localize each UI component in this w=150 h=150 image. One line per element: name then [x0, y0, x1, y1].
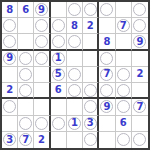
odd-marker-circle	[100, 3, 113, 16]
odd-marker-circle	[133, 133, 146, 146]
cell-r6c3[interactable]	[34, 83, 50, 99]
odd-marker-circle	[3, 19, 16, 32]
cell-r4c7[interactable]	[99, 51, 115, 67]
cell-r6c7[interactable]	[99, 83, 115, 99]
cell-r7c9[interactable]: 7	[132, 99, 148, 115]
given-digit: 1	[67, 116, 82, 131]
odd-marker-circle	[35, 35, 48, 48]
cell-r2c8[interactable]: 7	[116, 18, 132, 34]
odd-marker-circle	[19, 68, 32, 81]
cell-r7c6[interactable]	[83, 99, 99, 115]
given-digit: 9	[99, 99, 114, 114]
cell-r5c8[interactable]	[116, 67, 132, 83]
given-digit: 7	[116, 18, 131, 33]
given-digit: 2	[34, 132, 48, 148]
odd-marker-circle	[19, 52, 32, 65]
odd-marker-circle	[35, 117, 48, 130]
cell-r4c9[interactable]	[132, 51, 148, 67]
cell-r3c3[interactable]	[34, 34, 50, 50]
cell-r3c9[interactable]: 9	[132, 34, 148, 50]
cell-r3c5[interactable]	[67, 34, 83, 50]
cell-r5c7[interactable]: 7	[99, 67, 115, 83]
given-digit: 1	[51, 51, 66, 66]
cell-r5c6[interactable]	[83, 67, 99, 83]
cell-r2c6[interactable]: 2	[83, 18, 99, 34]
cell-r1c6[interactable]	[83, 2, 99, 18]
cell-r8c1[interactable]	[2, 116, 18, 132]
cell-r9c4[interactable]	[51, 132, 67, 148]
odd-marker-circle	[117, 68, 130, 81]
given-digit: 6	[116, 116, 131, 131]
cell-r9c7[interactable]	[99, 132, 115, 148]
odd-marker-circle	[52, 19, 65, 32]
given-digit: 9	[34, 2, 48, 17]
cell-r8c9[interactable]	[132, 116, 148, 132]
odd-marker-circle	[68, 35, 81, 48]
cell-r9c1[interactable]: 3	[2, 132, 18, 148]
given-digit: 9	[2, 51, 17, 66]
cell-r9c3[interactable]: 2	[34, 132, 50, 148]
given-digit: 7	[18, 132, 33, 148]
given-digit: 8	[2, 2, 17, 17]
cell-r7c1[interactable]	[2, 99, 18, 115]
sudoku-board: 86982789915722697136372	[0, 0, 150, 150]
odd-marker-circle	[19, 84, 32, 97]
cell-r4c3[interactable]	[34, 51, 50, 67]
cell-r1c1[interactable]: 8	[2, 2, 18, 18]
cell-r3c4[interactable]	[51, 34, 67, 50]
cell-r2c7[interactable]	[99, 18, 115, 34]
odd-marker-circle	[84, 100, 97, 113]
odd-marker-circle	[117, 84, 130, 97]
cell-r6c1[interactable]: 2	[2, 83, 18, 99]
cell-r1c9[interactable]	[132, 2, 148, 18]
odd-marker-circle	[117, 100, 130, 113]
given-digit: 8	[99, 34, 114, 48]
cell-r7c8[interactable]	[116, 99, 132, 115]
cell-r3c8[interactable]	[116, 34, 132, 50]
odd-marker-circle	[68, 68, 81, 81]
cell-r8c7[interactable]	[99, 116, 115, 132]
cell-r5c5[interactable]	[67, 67, 83, 83]
cell-r9c8[interactable]	[116, 132, 132, 148]
cell-r8c6[interactable]: 3	[83, 116, 99, 132]
cell-r3c1[interactable]	[2, 34, 18, 50]
cell-r6c2[interactable]	[18, 83, 34, 99]
odd-marker-circle	[84, 3, 97, 16]
cell-r9c5[interactable]	[67, 132, 83, 148]
odd-marker-circle	[35, 52, 48, 65]
odd-marker-circle	[100, 52, 113, 65]
cell-r8c2[interactable]	[18, 116, 34, 132]
given-digit: 3	[83, 116, 97, 131]
cell-r5c3[interactable]	[34, 67, 50, 83]
given-digit: 5	[51, 67, 66, 82]
cell-r5c2[interactable]	[18, 67, 34, 83]
cell-r6c4[interactable]: 6	[51, 83, 67, 99]
given-digit: 3	[2, 132, 17, 148]
cell-r6c9[interactable]	[132, 83, 148, 99]
cell-r1c4[interactable]	[51, 2, 67, 18]
cell-r3c7[interactable]: 8	[99, 34, 115, 50]
odd-marker-circle	[68, 84, 81, 97]
cell-r7c2[interactable]	[18, 99, 34, 115]
given-digit: 2	[2, 83, 17, 97]
cell-r8c3[interactable]	[34, 116, 50, 132]
cell-r7c3[interactable]	[34, 99, 50, 115]
odd-marker-circle	[35, 19, 48, 32]
cell-r9c2[interactable]: 7	[18, 132, 34, 148]
odd-marker-circle	[84, 84, 97, 97]
given-digit: 9	[132, 34, 148, 48]
odd-marker-circle	[68, 3, 81, 16]
cell-r2c3[interactable]	[34, 18, 50, 34]
given-digit: 2	[132, 67, 148, 82]
cell-r6c5[interactable]	[67, 83, 83, 99]
cell-r5c1[interactable]	[2, 67, 18, 83]
cell-r1c3[interactable]: 9	[34, 2, 50, 18]
cell-r4c4[interactable]: 1	[51, 51, 67, 67]
cell-r8c8[interactable]: 6	[116, 116, 132, 132]
odd-marker-circle	[3, 100, 16, 113]
given-digit: 6	[18, 2, 33, 17]
cell-r1c2[interactable]: 6	[18, 2, 34, 18]
odd-marker-circle	[100, 84, 113, 97]
cell-r4c6[interactable]	[83, 51, 99, 67]
cell-r8c4[interactable]	[51, 116, 67, 132]
cell-r3c2[interactable]	[18, 34, 34, 50]
cell-r2c1[interactable]	[2, 18, 18, 34]
given-digit: 2	[83, 18, 97, 33]
cell-r7c7[interactable]: 9	[99, 99, 115, 115]
given-digit: 7	[99, 67, 114, 82]
cell-r3c6[interactable]	[83, 34, 99, 50]
given-digit: 8	[67, 18, 82, 33]
odd-marker-circle	[3, 35, 16, 48]
given-digit: 7	[132, 99, 148, 114]
odd-marker-circle	[84, 133, 97, 146]
cell-r4c2[interactable]	[18, 51, 34, 67]
cell-r2c4[interactable]	[51, 18, 67, 34]
cell-r9c9[interactable]	[132, 132, 148, 148]
cell-r1c5[interactable]	[67, 2, 83, 18]
cell-r6c6[interactable]	[83, 83, 99, 99]
odd-marker-circle	[133, 19, 146, 32]
cell-r2c9[interactable]	[132, 18, 148, 34]
cell-r7c4[interactable]	[51, 99, 67, 115]
cell-r5c9[interactable]: 2	[132, 67, 148, 83]
cell-r9c6[interactable]	[83, 132, 99, 148]
given-digit: 6	[51, 83, 66, 97]
odd-marker-circle	[52, 35, 65, 48]
cell-r4c1[interactable]: 9	[2, 51, 18, 67]
cell-r4c5[interactable]	[67, 51, 83, 67]
odd-marker-circle	[117, 133, 130, 146]
cell-r8c5[interactable]: 1	[67, 116, 83, 132]
odd-marker-circle	[133, 3, 146, 16]
odd-marker-circle	[52, 117, 65, 130]
cell-r2c2[interactable]	[18, 18, 34, 34]
cell-r1c8[interactable]	[116, 2, 132, 18]
cell-r4c8[interactable]	[116, 51, 132, 67]
odd-marker-circle	[19, 117, 32, 130]
cell-r7c5[interactable]	[67, 99, 83, 115]
cell-r5c4[interactable]: 5	[51, 67, 67, 83]
cell-r6c8[interactable]	[116, 83, 132, 99]
cell-r2c5[interactable]: 8	[67, 18, 83, 34]
cell-r1c7[interactable]	[99, 2, 115, 18]
